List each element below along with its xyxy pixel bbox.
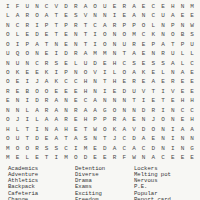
grid-cell: R (119, 2, 129, 11)
grid-cell: H (61, 125, 71, 134)
grid-cell: A (32, 40, 42, 49)
grid-cell: E (42, 49, 52, 58)
grid-cell: R (158, 49, 168, 58)
grid-cell: A (129, 49, 139, 58)
grid-cell: N (71, 40, 81, 49)
grid-cell: R (110, 116, 120, 125)
word-list-column-1: AcademicsAdventureAthleticsBackpackCafet… (8, 166, 38, 200)
grid-cell: L (158, 68, 168, 77)
grid-cell: O (3, 30, 13, 39)
grid-cell: R (71, 49, 81, 58)
grid-cell: C (158, 154, 168, 163)
grid-cell: I (51, 49, 61, 58)
grid-cell: O (3, 116, 13, 125)
word-list-item: Change (8, 197, 38, 200)
grid-cell: P (119, 21, 129, 30)
grid-cell: I (168, 135, 178, 144)
grid-cell: C (42, 2, 52, 11)
grid-cell: C (119, 144, 129, 153)
grid-cell: E (178, 78, 188, 87)
grid-cell: R (3, 87, 13, 96)
grid-cell: A (129, 144, 139, 153)
grid-cell: T (42, 154, 52, 163)
grid-cell: N (178, 144, 188, 153)
grid-cell: I (158, 106, 168, 115)
grid-cell: N (178, 21, 188, 30)
word-list-item: Report card (134, 197, 171, 200)
grid-cell: E (13, 154, 23, 163)
grid-cell: D (61, 2, 71, 11)
grid-cell: D (90, 59, 100, 68)
grid-cell: L (13, 125, 23, 134)
grid-cell: N (61, 97, 71, 106)
grid-cell: K (148, 30, 158, 39)
grid-cell: E (119, 11, 129, 20)
grid-cell: C (61, 78, 71, 87)
grid-cell: R (129, 78, 139, 87)
grid-cell: O (13, 144, 23, 153)
grid-cell: A (110, 144, 120, 153)
grid-cell: E (148, 68, 158, 77)
grid-cell: D (32, 97, 42, 106)
grid-cell: E (61, 30, 71, 39)
grid-cell: E (178, 116, 188, 125)
grid-cell: U (3, 49, 13, 58)
grid-cell: T (51, 21, 61, 30)
grid-cell: H (81, 116, 91, 125)
grid-cell: I (110, 11, 120, 20)
grid-cell: A (42, 11, 52, 20)
grid-cell: R (22, 21, 32, 30)
grid-cell: N (168, 106, 178, 115)
grid-cell: V (81, 11, 91, 20)
grid-cell: O (100, 125, 110, 134)
grid-cell: N (61, 106, 71, 115)
grid-cell: E (139, 49, 149, 58)
grid-cell: A (178, 125, 188, 134)
grid-cell: T (42, 40, 52, 49)
grid-cell: I (32, 21, 42, 30)
grid-cell: V (168, 87, 178, 96)
grid-cell: E (71, 87, 81, 96)
grid-cell: N (178, 2, 188, 11)
grid-cell: I (51, 68, 61, 77)
grid-cell: A (51, 125, 61, 134)
grid-cell: N (32, 49, 42, 58)
grid-cell: N (158, 144, 168, 153)
grid-cell: O (3, 68, 13, 77)
grid-cell: E (139, 2, 149, 11)
grid-cell: A (51, 116, 61, 125)
grid-cell: J (32, 78, 42, 87)
grid-cell: O (22, 49, 32, 58)
grid-cell: L (178, 49, 188, 58)
grid-cell: K (110, 125, 120, 134)
grid-cell: T (22, 125, 32, 134)
grid-cell: L (148, 21, 158, 30)
grid-cell: I (168, 144, 178, 153)
grid-cell: E (168, 97, 178, 106)
grid-cell: E (42, 30, 52, 39)
grid-cell: K (139, 68, 149, 77)
grid-cell: B (178, 30, 188, 39)
grid-cell: C (119, 135, 129, 144)
grid-cell: E (71, 97, 81, 106)
grid-cell: R (71, 2, 81, 11)
grid-cell: E (51, 87, 61, 96)
grid-cell: C (148, 11, 158, 20)
grid-cell: O (42, 87, 52, 96)
grid-cell: T (158, 97, 168, 106)
grid-cell: N (119, 106, 129, 115)
grid-cell: U (100, 2, 110, 11)
grid-cell: E (110, 2, 120, 11)
grid-cell: L (110, 68, 120, 77)
grid-cell: L (32, 116, 42, 125)
grid-cell: N (139, 154, 149, 163)
grid-cell: R (71, 21, 81, 30)
grid-cell: N (110, 30, 120, 39)
grid-cell: E (32, 154, 42, 163)
grid-cell: N (3, 21, 13, 30)
grid-cell: I (3, 2, 13, 11)
grid-cell: E (3, 97, 13, 106)
grid-cell: E (61, 40, 71, 49)
grid-cell: T (119, 49, 129, 58)
grid-cell: T (148, 87, 158, 96)
grid-cell: M (3, 154, 13, 163)
grid-cell: P (42, 21, 52, 30)
grid-cell: I (90, 40, 100, 49)
grid-cell: E (61, 87, 71, 96)
grid-cell: N (158, 30, 168, 39)
grid-cell: C (187, 106, 197, 115)
grid-cell: K (42, 68, 52, 77)
grid-cell: C (71, 78, 81, 87)
grid-cell: J (148, 116, 158, 125)
word-list-item: Freedom (75, 197, 105, 200)
grid-cell: I (51, 154, 61, 163)
grid-cell: A (129, 68, 139, 77)
grid-cell: E (119, 78, 129, 87)
grid-cell: T (81, 30, 91, 39)
grid-cell: N (3, 106, 13, 115)
grid-cell: A (13, 11, 23, 20)
grid-cell: N (178, 135, 188, 144)
grid-cell: E (187, 154, 197, 163)
grid-cell: N (71, 68, 81, 77)
grid-cell: T (51, 30, 61, 39)
grid-cell: N (13, 106, 23, 115)
grid-cell: M (81, 144, 91, 153)
grid-cell: D (81, 154, 91, 163)
grid-cell: P (90, 116, 100, 125)
grid-cell: S (81, 135, 91, 144)
grid-cell: E (187, 78, 197, 87)
grid-cell: T (22, 135, 32, 144)
grid-cell: E (90, 154, 100, 163)
grid-cell: P (148, 40, 158, 49)
grid-cell: O (119, 30, 129, 39)
grid-cell: N (119, 97, 129, 106)
grid-cell: I (90, 30, 100, 39)
grid-cell: E (22, 30, 32, 39)
grid-cell: P (22, 40, 32, 49)
grid-cell: C (90, 21, 100, 30)
grid-cell: L (3, 11, 13, 20)
grid-cell: D (32, 30, 42, 39)
grid-cell: E (13, 87, 23, 96)
grid-cell: N (100, 97, 110, 106)
grid-cell: C (148, 2, 158, 11)
grid-cell: E (178, 87, 188, 96)
grid-cell: T (168, 40, 178, 49)
grid-cell: C (13, 21, 23, 30)
grid-cell: L (71, 59, 81, 68)
grid-cell: N (22, 59, 32, 68)
grid-cell: A (139, 135, 149, 144)
grid-cell: E (187, 11, 197, 20)
grid-cell: D (119, 87, 129, 96)
grid-cell: L (22, 154, 32, 163)
grid-cell: W (187, 21, 197, 30)
grid-cell: A (158, 40, 168, 49)
grid-cell: K (13, 68, 23, 77)
grid-cell: E (90, 144, 100, 153)
grid-cell: A (51, 106, 61, 115)
grid-cell: E (139, 59, 149, 68)
grid-cell: E (22, 68, 32, 77)
grid-cell: R (22, 11, 32, 20)
grid-cell: E (158, 78, 168, 87)
grid-cell: A (119, 116, 129, 125)
grid-cell: T (100, 78, 110, 87)
grid-cell: R (61, 116, 71, 125)
grid-cell: P (129, 21, 139, 30)
grid-cell: M (100, 49, 110, 58)
grid-cell: U (13, 135, 23, 144)
grid-cell: E (71, 116, 81, 125)
grid-cell: O (110, 106, 120, 115)
grid-cell: M (129, 30, 139, 39)
grid-cell: A (148, 154, 158, 163)
grid-cell: C (139, 144, 149, 153)
grid-cell: A (81, 2, 91, 11)
grid-cell: N (139, 116, 149, 125)
word-list: AcademicsAdventureAthleticsBackpackCafet… (0, 166, 200, 200)
grid-cell: L (178, 59, 188, 68)
grid-cell: D (139, 125, 149, 134)
grid-cell: N (32, 2, 42, 11)
word-search-grid: IFUNCVDRAOUERAECEHNMLAROATESVNNIEANCUAEE… (3, 2, 197, 163)
grid-cell: A (81, 106, 91, 115)
grid-cell: O (168, 30, 178, 39)
grid-cell: E (61, 11, 71, 20)
grid-cell: H (3, 125, 13, 134)
grid-cell: N (129, 106, 139, 115)
grid-cell: U (81, 59, 91, 68)
grid-cell: N (139, 11, 149, 20)
grid-cell: U (158, 11, 168, 20)
grid-cell: E (71, 125, 81, 134)
grid-cell: P (61, 68, 71, 77)
grid-cell: R (110, 21, 120, 30)
grid-cell: W (90, 125, 100, 134)
grid-cell: A (168, 11, 178, 20)
grid-cell: T (51, 11, 61, 20)
grid-cell: A (129, 11, 139, 20)
grid-cell: V (90, 68, 100, 77)
grid-cell: M (61, 154, 71, 163)
grid-cell: E (139, 40, 149, 49)
grid-cell: E (187, 68, 197, 77)
grid-cell: G (100, 106, 110, 115)
grid-cell: G (187, 144, 197, 153)
grid-cell: N (158, 21, 168, 30)
grid-cell: T (129, 97, 139, 106)
grid-cell: J (13, 116, 23, 125)
grid-cell: E (139, 78, 149, 87)
grid-cell: N (110, 40, 120, 49)
grid-cell: R (42, 59, 52, 68)
grid-cell: E (178, 11, 188, 20)
grid-cell: O (100, 30, 110, 39)
grid-cell: R (42, 106, 52, 115)
grid-cell: A (148, 78, 158, 87)
grid-cell: O (158, 116, 168, 125)
grid-cell: W (129, 154, 139, 163)
grid-cell: E (13, 78, 23, 87)
grid-cell: E (61, 59, 71, 68)
grid-cell: R (148, 106, 158, 115)
grid-cell: D (32, 135, 42, 144)
grid-cell: E (187, 87, 197, 96)
grid-cell: E (129, 116, 139, 125)
grid-cell: O (81, 68, 91, 77)
grid-cell: F (13, 2, 23, 11)
grid-cell: H (187, 97, 197, 106)
grid-cell: P (100, 116, 110, 125)
grid-cell: E (100, 154, 110, 163)
grid-cell: U (119, 40, 129, 49)
grid-cell: N (168, 116, 178, 125)
grid-cell: N (90, 87, 100, 96)
grid-cell: Q (13, 49, 23, 58)
grid-cell: E (158, 2, 168, 11)
grid-cell: S (148, 59, 158, 68)
grid-cell: A (42, 78, 52, 87)
grid-cell: N (187, 135, 197, 144)
grid-cell: S (71, 11, 81, 20)
grid-cell: E (100, 59, 110, 68)
grid-cell: T (81, 125, 91, 134)
grid-cell: S (51, 144, 61, 153)
grid-cell: N (168, 68, 178, 77)
grid-cell: N (110, 97, 120, 106)
grid-cell: N (100, 11, 110, 20)
grid-cell: N (158, 135, 168, 144)
grid-cell: O (3, 135, 13, 144)
grid-cell: E (178, 154, 188, 163)
grid-cell: A (187, 125, 197, 134)
grid-cell: O (22, 144, 32, 153)
grid-cell: E (168, 154, 178, 163)
grid-cell: M (90, 49, 100, 58)
grid-cell: S (158, 59, 168, 68)
word-list-column-2: DetentionDiverseDramaExamsExcitingFreedo… (75, 166, 105, 200)
grid-cell: I (71, 144, 81, 153)
grid-cell: M (3, 144, 13, 153)
grid-cell: C (178, 106, 188, 115)
grid-cell: B (22, 87, 32, 96)
grid-cell: N (42, 125, 52, 134)
grid-cell: O (32, 11, 42, 20)
grid-cell: N (90, 135, 100, 144)
word-list-column-3: LockersMelting potNervousP.E.PopularRepo… (134, 166, 171, 200)
grid-cell: T (81, 21, 91, 30)
grid-cell: N (90, 78, 100, 87)
grid-cell: R (168, 78, 178, 87)
grid-cell: L (22, 106, 32, 115)
grid-cell: M (187, 2, 197, 11)
grid-cell: O (90, 2, 100, 11)
grid-cell: U (22, 2, 32, 11)
grid-cell: A (42, 116, 52, 125)
grid-cell: K (51, 78, 61, 87)
grid-cell: D (139, 106, 149, 115)
grid-cell: I (100, 87, 110, 96)
grid-cell: A (32, 106, 42, 115)
grid-cell: I (168, 125, 178, 134)
grid-cell: O (119, 68, 129, 77)
grid-cell: H (110, 59, 120, 68)
grid-cell: N (13, 97, 23, 106)
grid-cell: C (32, 59, 42, 68)
grid-cell: H (110, 78, 120, 87)
grid-cell: E (42, 135, 52, 144)
grid-cell: N (51, 40, 61, 49)
grid-cell: I (13, 40, 23, 49)
grid-cell: L (187, 49, 197, 58)
grid-cell: N (148, 49, 158, 58)
grid-cell: J (110, 135, 120, 144)
grid-cell: H (187, 116, 197, 125)
grid-cell: E (110, 87, 120, 96)
grid-cell: R (32, 144, 42, 153)
grid-cell: I (158, 87, 168, 96)
grid-cell: I (22, 97, 32, 106)
grid-cell: T (61, 135, 71, 144)
grid-cell: R (42, 97, 52, 106)
grid-cell: N (158, 125, 168, 134)
grid-cell: F (119, 154, 129, 163)
grid-cell: O (3, 40, 13, 49)
grid-cell: T (81, 40, 91, 49)
grid-cell: S (129, 59, 139, 68)
grid-cell: A (178, 68, 188, 77)
grid-cell: P (178, 40, 188, 49)
grid-cell: C (81, 97, 91, 106)
grid-cell: S (51, 59, 61, 68)
grid-cell: N (71, 30, 81, 39)
grid-cell: S (187, 30, 197, 39)
grid-cell: A (90, 97, 100, 106)
grid-cell: U (13, 59, 23, 68)
grid-cell: E (148, 135, 158, 144)
grid-cell: E (148, 97, 158, 106)
grid-cell: C (61, 144, 71, 153)
grid-cell: N (90, 11, 100, 20)
